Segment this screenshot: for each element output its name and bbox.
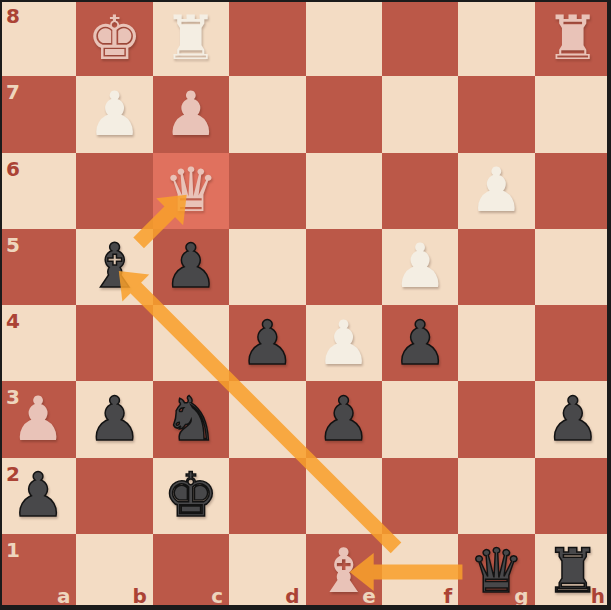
- piece-white-pawn-g6[interactable]: ♟: [469, 159, 524, 220]
- square-f6[interactable]: [382, 153, 458, 229]
- square-h2[interactable]: [535, 458, 611, 534]
- square-a6[interactable]: 6: [0, 153, 76, 229]
- rank-label-1: 1: [6, 538, 20, 562]
- square-b7[interactable]: ♟: [76, 76, 152, 152]
- square-e5[interactable]: [306, 229, 382, 305]
- square-d7[interactable]: [229, 76, 305, 152]
- square-f3[interactable]: [382, 381, 458, 457]
- piece-black-pawn-h3[interactable]: ♟: [545, 388, 600, 449]
- square-a4[interactable]: 4: [0, 305, 76, 381]
- square-c2[interactable]: ♚: [153, 458, 229, 534]
- piece-white-pawn-c7[interactable]: ♟: [164, 83, 219, 144]
- square-h4[interactable]: [535, 305, 611, 381]
- square-d3[interactable]: [229, 381, 305, 457]
- square-c3[interactable]: ♞: [153, 381, 229, 457]
- board-grid: 8♚♜♜7♟♟6♛♟5♝♟♟4♟♟♟3♟♟♞♟♟2♟♚1abcde♝fg♛h♜: [0, 0, 611, 610]
- chess-board: 8♚♜♜7♟♟6♛♟5♝♟♟4♟♟♟3♟♟♞♟♟2♟♚1abcde♝fg♛h♜: [0, 0, 611, 610]
- piece-black-bishop-b5[interactable]: ♝: [87, 235, 142, 296]
- piece-black-queen-g1[interactable]: ♛: [469, 540, 524, 601]
- square-c8[interactable]: ♜: [153, 0, 229, 76]
- square-f2[interactable]: [382, 458, 458, 534]
- square-a5[interactable]: 5: [0, 229, 76, 305]
- square-c4[interactable]: [153, 305, 229, 381]
- rank-label-8: 8: [6, 4, 20, 28]
- file-label-d: d: [285, 584, 299, 608]
- square-c6[interactable]: ♛: [153, 153, 229, 229]
- square-g3[interactable]: [458, 381, 534, 457]
- square-a8[interactable]: 8: [0, 0, 76, 76]
- square-f7[interactable]: [382, 76, 458, 152]
- square-g7[interactable]: [458, 76, 534, 152]
- square-d1[interactable]: d: [229, 534, 305, 610]
- file-label-b: b: [132, 584, 146, 608]
- square-d2[interactable]: [229, 458, 305, 534]
- square-d8[interactable]: [229, 0, 305, 76]
- square-e6[interactable]: [306, 153, 382, 229]
- square-d5[interactable]: [229, 229, 305, 305]
- square-a2[interactable]: 2♟: [0, 458, 76, 534]
- piece-white-bishop-e1[interactable]: ♝: [316, 540, 371, 601]
- square-d6[interactable]: [229, 153, 305, 229]
- piece-white-king-b8[interactable]: ♚: [87, 7, 142, 68]
- square-f8[interactable]: [382, 0, 458, 76]
- piece-white-pawn-b7[interactable]: ♟: [87, 83, 142, 144]
- square-h7[interactable]: [535, 76, 611, 152]
- file-label-f: f: [444, 584, 453, 608]
- rank-label-6: 6: [6, 157, 20, 181]
- square-h5[interactable]: [535, 229, 611, 305]
- file-label-a: a: [57, 584, 71, 608]
- piece-white-pawn-a3[interactable]: ♟: [11, 388, 66, 449]
- piece-black-pawn-e3[interactable]: ♟: [316, 388, 371, 449]
- rank-label-4: 4: [6, 309, 20, 333]
- square-e8[interactable]: [306, 0, 382, 76]
- piece-black-king-c2[interactable]: ♚: [164, 464, 219, 525]
- square-c1[interactable]: c: [153, 534, 229, 610]
- square-b4[interactable]: [76, 305, 152, 381]
- square-b6[interactable]: [76, 153, 152, 229]
- piece-white-rook-h8[interactable]: ♜: [545, 7, 600, 68]
- rank-label-7: 7: [6, 80, 20, 104]
- square-d4[interactable]: ♟: [229, 305, 305, 381]
- piece-black-pawn-d4[interactable]: ♟: [240, 312, 295, 373]
- piece-white-rook-c8[interactable]: ♜: [164, 7, 219, 68]
- square-b8[interactable]: ♚: [76, 0, 152, 76]
- piece-black-rook-h1[interactable]: ♜: [545, 540, 600, 601]
- square-b3[interactable]: ♟: [76, 381, 152, 457]
- square-f5[interactable]: ♟: [382, 229, 458, 305]
- square-f1[interactable]: f: [382, 534, 458, 610]
- square-c7[interactable]: ♟: [153, 76, 229, 152]
- square-a3[interactable]: 3♟: [0, 381, 76, 457]
- square-a1[interactable]: 1a: [0, 534, 76, 610]
- piece-black-pawn-f4[interactable]: ♟: [393, 312, 448, 373]
- piece-white-queen-c6[interactable]: ♛: [164, 159, 219, 220]
- square-g4[interactable]: [458, 305, 534, 381]
- square-g6[interactable]: ♟: [458, 153, 534, 229]
- square-b5[interactable]: ♝: [76, 229, 152, 305]
- square-c5[interactable]: ♟: [153, 229, 229, 305]
- square-f4[interactable]: ♟: [382, 305, 458, 381]
- square-g1[interactable]: g♛: [458, 534, 534, 610]
- square-e3[interactable]: ♟: [306, 381, 382, 457]
- square-e2[interactable]: [306, 458, 382, 534]
- file-label-c: c: [211, 584, 223, 608]
- piece-black-pawn-a2[interactable]: ♟: [11, 464, 66, 525]
- square-e1[interactable]: e♝: [306, 534, 382, 610]
- square-h1[interactable]: h♜: [535, 534, 611, 610]
- square-g5[interactable]: [458, 229, 534, 305]
- piece-black-pawn-b3[interactable]: ♟: [87, 388, 142, 449]
- square-g8[interactable]: [458, 0, 534, 76]
- square-h3[interactable]: ♟: [535, 381, 611, 457]
- square-h8[interactable]: ♜: [535, 0, 611, 76]
- rank-label-5: 5: [6, 233, 20, 257]
- square-b1[interactable]: b: [76, 534, 152, 610]
- square-a7[interactable]: 7: [0, 76, 76, 152]
- square-h6[interactable]: [535, 153, 611, 229]
- piece-white-pawn-f5[interactable]: ♟: [393, 235, 448, 296]
- square-g2[interactable]: [458, 458, 534, 534]
- square-e4[interactable]: ♟: [306, 305, 382, 381]
- piece-black-pawn-c5[interactable]: ♟: [164, 235, 219, 296]
- piece-black-knight-c3[interactable]: ♞: [164, 388, 219, 449]
- piece-white-pawn-e4[interactable]: ♟: [316, 312, 371, 373]
- square-e7[interactable]: [306, 76, 382, 152]
- square-b2[interactable]: [76, 458, 152, 534]
